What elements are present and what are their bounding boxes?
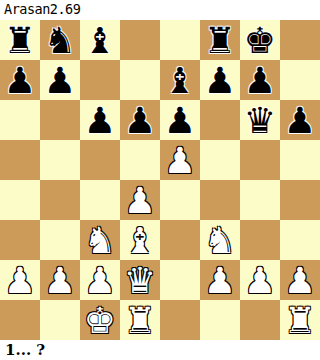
square-a3[interactable] <box>0 220 40 260</box>
piece-black-pawn[interactable]: ♟ <box>80 100 120 140</box>
window-title: Arasan2.69 <box>0 0 320 20</box>
square-e4[interactable] <box>160 180 200 220</box>
square-a4[interactable] <box>0 180 40 220</box>
square-d3[interactable]: ♝ <box>120 220 160 260</box>
piece-white-pawn[interactable]: ♟ <box>280 260 320 300</box>
square-h7[interactable] <box>280 60 320 100</box>
square-d4[interactable]: ♟ <box>120 180 160 220</box>
piece-black-king[interactable]: ♚ <box>240 20 280 60</box>
piece-black-queen[interactable]: ♛ <box>240 100 280 140</box>
piece-white-pawn[interactable]: ♟ <box>160 140 200 180</box>
piece-black-pawn[interactable]: ♟ <box>240 60 280 100</box>
move-prompt: 1... ? <box>5 341 45 359</box>
square-h5[interactable] <box>280 140 320 180</box>
chess-app-window: Arasan2.69 ♜♞♝♜♚♟♟♝♟♟♟♟♟♛♟♟♟♞♝♞♟♟♟♛♟♟♟♚♜… <box>0 0 320 360</box>
square-e3[interactable] <box>160 220 200 260</box>
square-e2[interactable] <box>160 260 200 300</box>
square-b5[interactable] <box>40 140 80 180</box>
square-b4[interactable] <box>40 180 80 220</box>
piece-white-rook[interactable]: ♜ <box>120 300 160 340</box>
square-e7[interactable]: ♝ <box>160 60 200 100</box>
piece-black-rook[interactable]: ♜ <box>0 20 40 60</box>
square-a1[interactable] <box>0 300 40 340</box>
square-c4[interactable] <box>80 180 120 220</box>
square-f5[interactable] <box>200 140 240 180</box>
square-f8[interactable]: ♜ <box>200 20 240 60</box>
square-f7[interactable]: ♟ <box>200 60 240 100</box>
piece-white-knight[interactable]: ♞ <box>200 220 240 260</box>
square-g6[interactable]: ♛ <box>240 100 280 140</box>
square-g8[interactable]: ♚ <box>240 20 280 60</box>
piece-white-pawn[interactable]: ♟ <box>80 260 120 300</box>
piece-black-pawn[interactable]: ♟ <box>0 60 40 100</box>
piece-white-knight[interactable]: ♞ <box>80 220 120 260</box>
square-a2[interactable]: ♟ <box>0 260 40 300</box>
square-c5[interactable] <box>80 140 120 180</box>
piece-black-pawn[interactable]: ♟ <box>40 60 80 100</box>
square-h4[interactable] <box>280 180 320 220</box>
square-h8[interactable] <box>280 20 320 60</box>
piece-black-bishop[interactable]: ♝ <box>160 60 200 100</box>
square-d5[interactable] <box>120 140 160 180</box>
square-b1[interactable] <box>40 300 80 340</box>
square-a7[interactable]: ♟ <box>0 60 40 100</box>
square-a8[interactable]: ♜ <box>0 20 40 60</box>
chess-board: ♜♞♝♜♚♟♟♝♟♟♟♟♟♛♟♟♟♞♝♞♟♟♟♛♟♟♟♚♜♜ <box>0 20 320 340</box>
square-g4[interactable] <box>240 180 280 220</box>
piece-black-knight[interactable]: ♞ <box>40 20 80 60</box>
piece-black-pawn[interactable]: ♟ <box>160 100 200 140</box>
square-g2[interactable]: ♟ <box>240 260 280 300</box>
square-c7[interactable] <box>80 60 120 100</box>
piece-white-pawn[interactable]: ♟ <box>200 260 240 300</box>
square-d6[interactable]: ♟ <box>120 100 160 140</box>
square-h1[interactable]: ♜ <box>280 300 320 340</box>
square-f4[interactable] <box>200 180 240 220</box>
piece-white-pawn[interactable]: ♟ <box>40 260 80 300</box>
square-c8[interactable]: ♝ <box>80 20 120 60</box>
square-a5[interactable] <box>0 140 40 180</box>
square-b7[interactable]: ♟ <box>40 60 80 100</box>
square-c2[interactable]: ♟ <box>80 260 120 300</box>
square-c1[interactable]: ♚ <box>80 300 120 340</box>
square-e1[interactable] <box>160 300 200 340</box>
square-h2[interactable]: ♟ <box>280 260 320 300</box>
piece-black-pawn[interactable]: ♟ <box>120 100 160 140</box>
square-d7[interactable] <box>120 60 160 100</box>
square-e6[interactable]: ♟ <box>160 100 200 140</box>
square-b3[interactable] <box>40 220 80 260</box>
piece-white-king[interactable]: ♚ <box>80 300 120 340</box>
square-d8[interactable] <box>120 20 160 60</box>
piece-white-pawn[interactable]: ♟ <box>240 260 280 300</box>
square-d1[interactable]: ♜ <box>120 300 160 340</box>
status-bar: 1... ? <box>0 340 320 360</box>
square-g5[interactable] <box>240 140 280 180</box>
square-b8[interactable]: ♞ <box>40 20 80 60</box>
piece-white-queen[interactable]: ♛ <box>120 260 160 300</box>
square-h6[interactable]: ♟ <box>280 100 320 140</box>
square-f2[interactable]: ♟ <box>200 260 240 300</box>
piece-black-rook[interactable]: ♜ <box>200 20 240 60</box>
square-g7[interactable]: ♟ <box>240 60 280 100</box>
piece-white-rook[interactable]: ♜ <box>280 300 320 340</box>
square-c6[interactable]: ♟ <box>80 100 120 140</box>
piece-white-pawn[interactable]: ♟ <box>0 260 40 300</box>
square-g1[interactable] <box>240 300 280 340</box>
square-e5[interactable]: ♟ <box>160 140 200 180</box>
square-f1[interactable] <box>200 300 240 340</box>
square-d2[interactable]: ♛ <box>120 260 160 300</box>
square-c3[interactable]: ♞ <box>80 220 120 260</box>
square-f3[interactable]: ♞ <box>200 220 240 260</box>
square-g3[interactable] <box>240 220 280 260</box>
piece-white-pawn[interactable]: ♟ <box>120 180 160 220</box>
piece-black-pawn[interactable]: ♟ <box>280 100 320 140</box>
square-b2[interactable]: ♟ <box>40 260 80 300</box>
square-e8[interactable] <box>160 20 200 60</box>
square-f6[interactable] <box>200 100 240 140</box>
piece-black-bishop[interactable]: ♝ <box>80 20 120 60</box>
piece-black-pawn[interactable]: ♟ <box>200 60 240 100</box>
piece-white-bishop[interactable]: ♝ <box>120 220 160 260</box>
square-b6[interactable] <box>40 100 80 140</box>
square-h3[interactable] <box>280 220 320 260</box>
square-a6[interactable] <box>0 100 40 140</box>
